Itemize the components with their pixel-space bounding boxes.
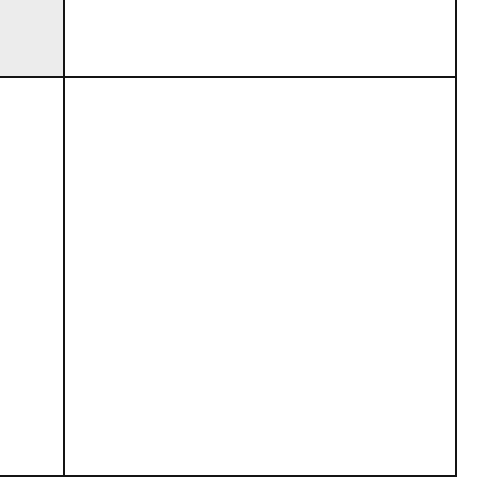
watermark-corner <box>0 0 65 78</box>
left-clues <box>0 78 65 477</box>
nonogram-page <box>0 0 483 477</box>
brand-strip <box>457 0 483 477</box>
top-clues <box>65 0 455 78</box>
nonogram-board <box>65 78 455 477</box>
frame-line-vertical-left <box>63 0 65 477</box>
frame-line-horizontal-top <box>0 76 457 78</box>
frame-line-vertical-right <box>455 0 457 477</box>
